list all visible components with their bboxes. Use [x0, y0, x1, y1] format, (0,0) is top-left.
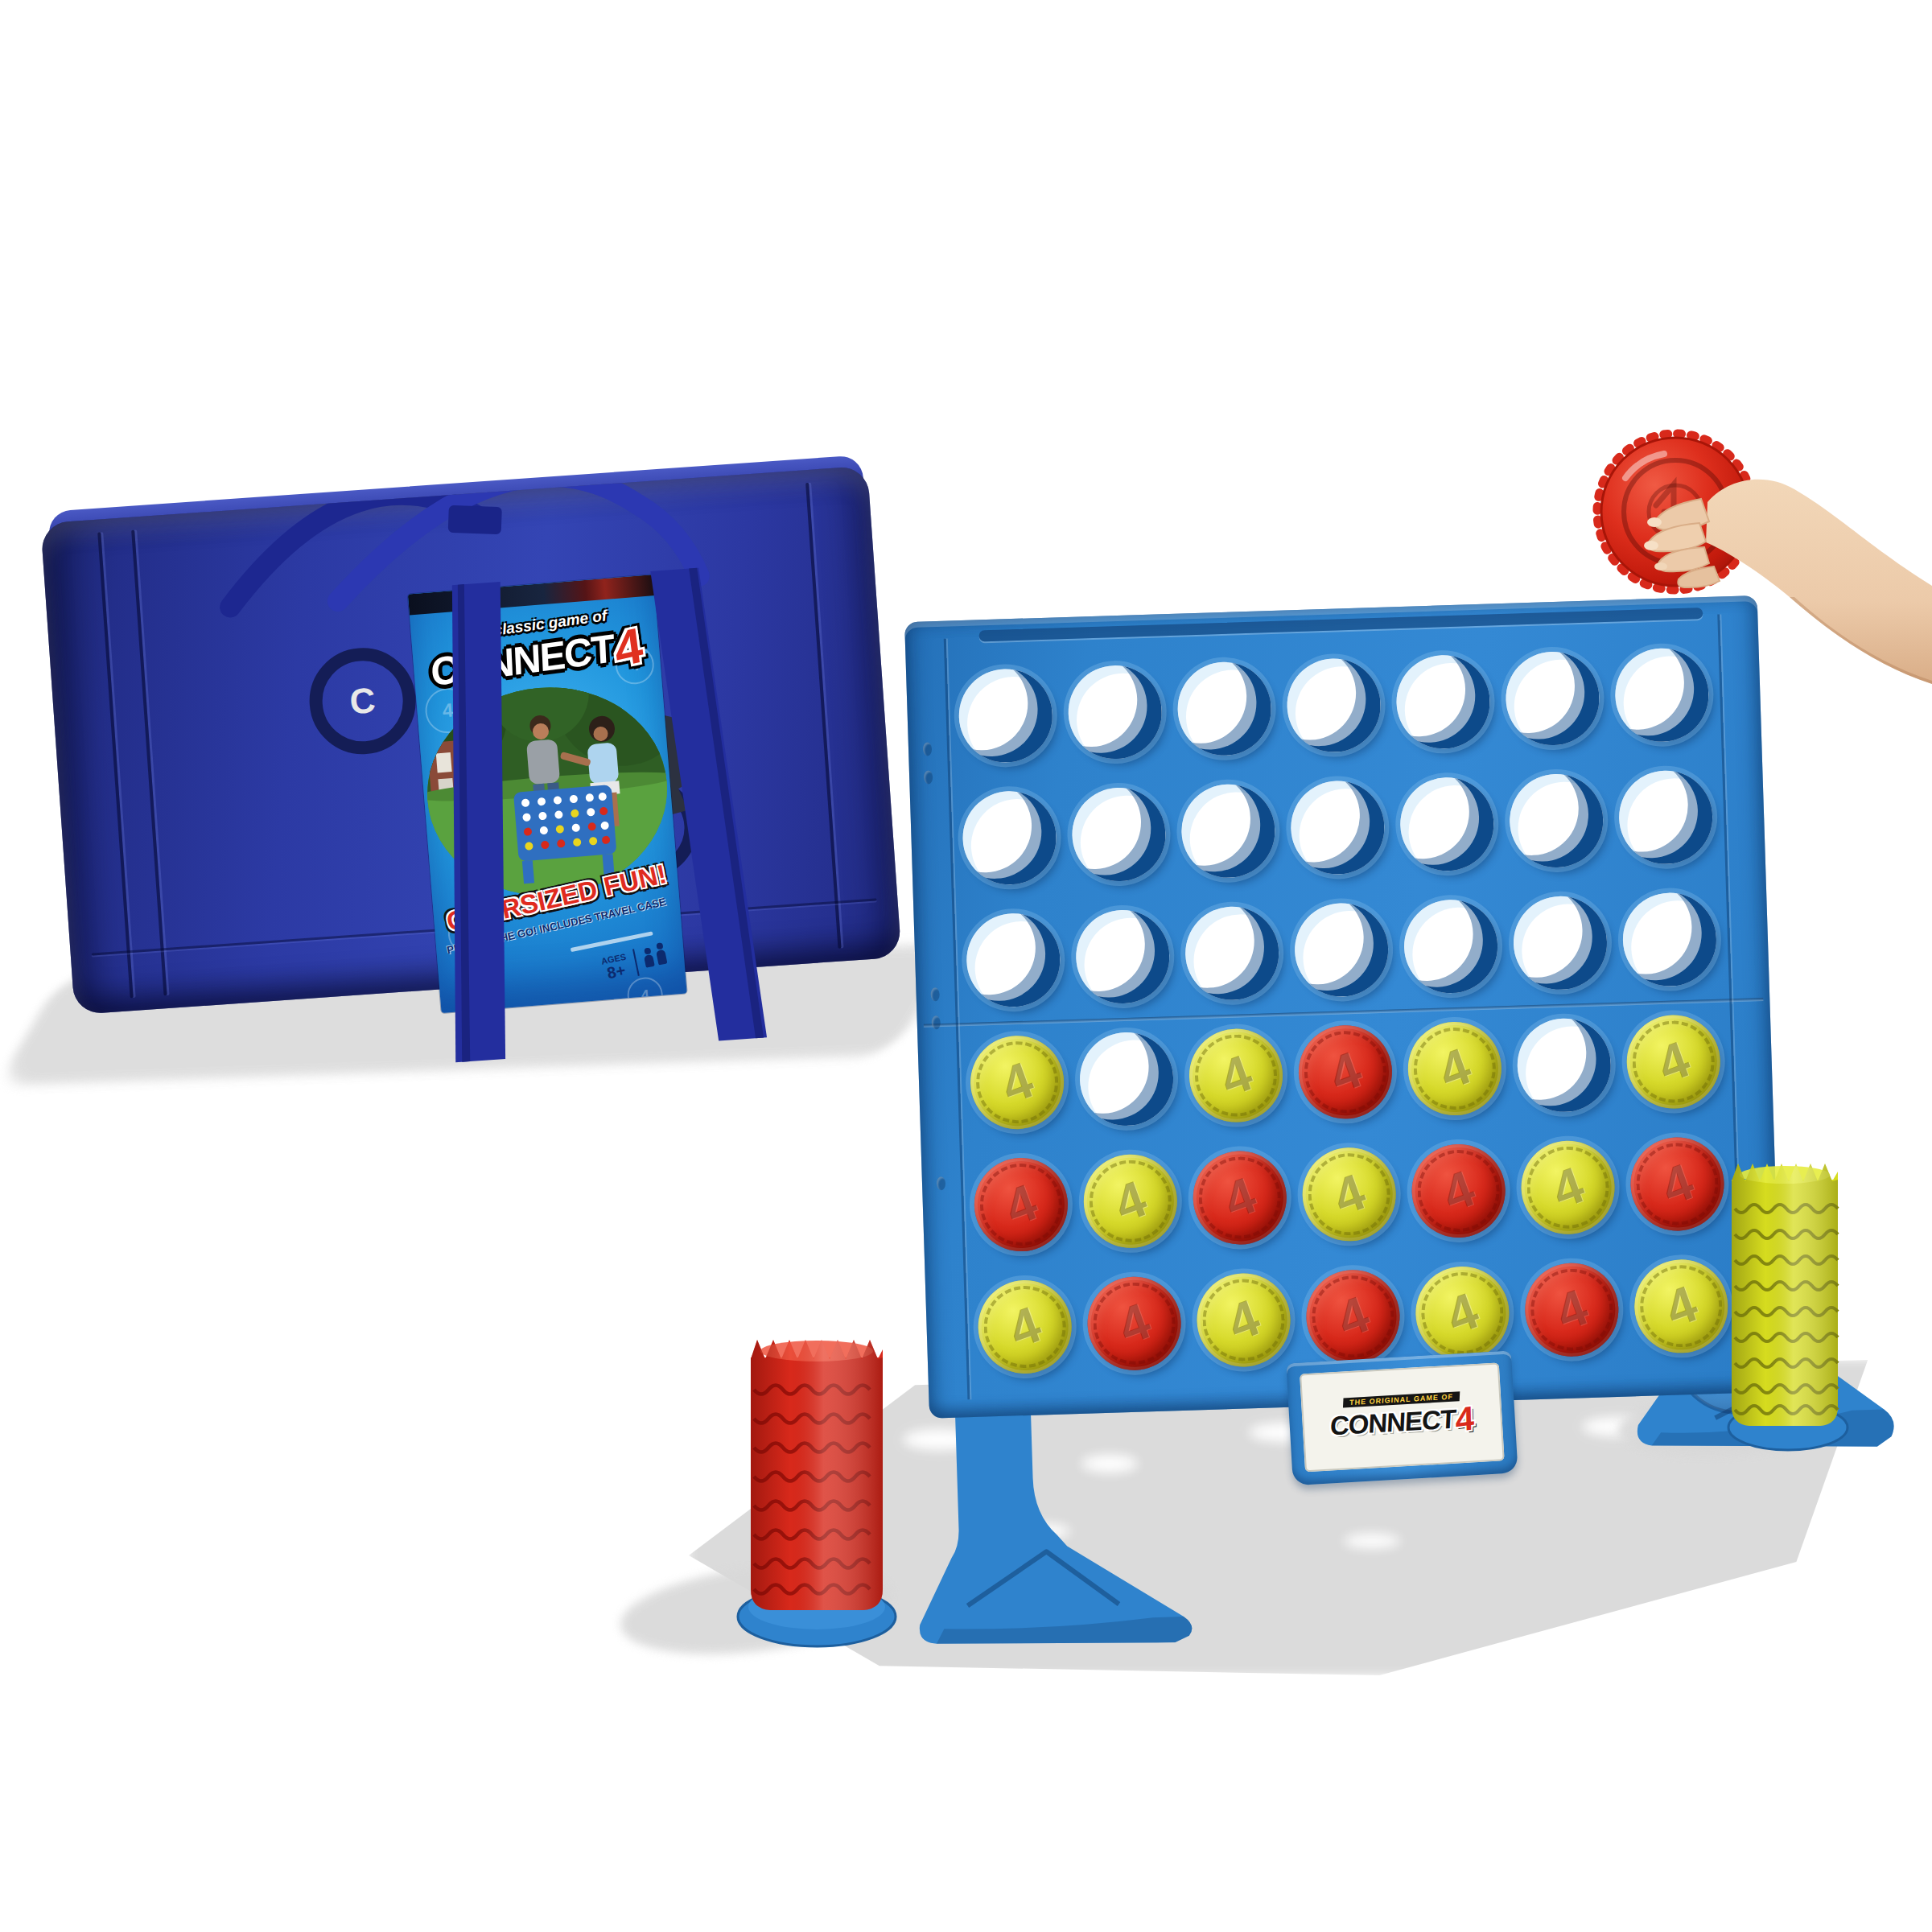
plate-face: THE ORIGINAL GAME OF CONNECT4 — [1300, 1362, 1505, 1472]
cell-r3c1 — [957, 897, 1070, 1023]
cell-r5c3: 4 — [1183, 1135, 1296, 1260]
carry-handles — [40, 464, 933, 1134]
cell-r3c3 — [1176, 891, 1289, 1016]
empty-hole — [1286, 657, 1382, 754]
disc-yellow: 4 — [977, 1279, 1073, 1375]
cell-r4c1: 4 — [961, 1020, 1074, 1145]
empty-hole — [1395, 653, 1492, 750]
disc-red: 4 — [1411, 1143, 1507, 1239]
disc-mark: 4 — [1289, 1135, 1408, 1254]
cell-r5c5: 4 — [1402, 1128, 1515, 1254]
cell-r1c2 — [1058, 649, 1172, 775]
cell-r3c7 — [1613, 877, 1727, 1003]
cell-r5c2: 4 — [1073, 1139, 1187, 1264]
disc-mark: 4 — [1512, 1250, 1631, 1369]
cell-r1c1 — [949, 653, 1062, 778]
cell-r2c7 — [1609, 755, 1723, 880]
cell-r2c1 — [953, 775, 1066, 900]
cell-r2c6 — [1500, 758, 1613, 884]
disc-yellow: 4 — [969, 1034, 1065, 1131]
product-photo-canvas: C 4 4 4 4 The classic game of CONNECT4 — [0, 0, 1932, 1932]
board-panel: 4444444444444444444 — [904, 595, 1782, 1419]
rail-bump — [931, 1015, 941, 1029]
disc-yellow: 4 — [1196, 1272, 1292, 1369]
disc-yellow: 4 — [1415, 1265, 1511, 1361]
empty-hole — [1293, 902, 1390, 999]
red-disc-stack — [736, 1324, 897, 1649]
board-logo-plate: THE ORIGINAL GAME OF CONNECT4 — [1286, 1350, 1518, 1485]
empty-hole — [1078, 1031, 1175, 1127]
empty-hole — [1180, 783, 1277, 879]
cell-r2c2 — [1062, 772, 1176, 897]
disc-mark: 4 — [1399, 1131, 1518, 1250]
empty-hole — [1290, 780, 1386, 876]
cell-r6c3: 4 — [1187, 1257, 1300, 1382]
disc-red: 4 — [973, 1156, 1069, 1253]
disc-mark: 4 — [1508, 1128, 1627, 1247]
disc-mark: 4 — [965, 1267, 1084, 1386]
disc-mark: 4 — [1184, 1260, 1303, 1379]
cell-r3c5 — [1394, 884, 1508, 1009]
cell-r4c2 — [1070, 1016, 1184, 1142]
cell-r4c7: 4 — [1617, 999, 1730, 1124]
cell-r6c2: 4 — [1077, 1261, 1191, 1386]
cell-r5c7: 4 — [1621, 1121, 1734, 1246]
empty-hole — [1508, 772, 1605, 869]
empty-hole — [1516, 1017, 1613, 1114]
disc-yellow: 4 — [1301, 1146, 1398, 1242]
disc-mark: 4 — [1176, 1015, 1296, 1135]
empty-hole — [1067, 664, 1164, 760]
cell-r3c6 — [1504, 880, 1617, 1006]
disc-red: 4 — [1524, 1262, 1621, 1358]
cell-r1c5 — [1386, 639, 1500, 764]
rail-bump — [923, 742, 933, 756]
disc-mark: 4 — [1074, 1264, 1193, 1383]
disc-red: 4 — [1192, 1150, 1288, 1246]
empty-hole — [966, 912, 1062, 1008]
empty-hole — [1399, 776, 1495, 872]
cell-r2c5 — [1390, 761, 1504, 887]
cell-r2c4 — [1281, 764, 1394, 890]
cell-r3c2 — [1066, 894, 1180, 1020]
disc-mark: 4 — [962, 1145, 1081, 1264]
disc-yellow: 4 — [1082, 1153, 1179, 1250]
cell-r5c6: 4 — [1511, 1125, 1625, 1250]
empty-hole — [1074, 908, 1171, 1005]
disc-mark: 4 — [1180, 1138, 1300, 1257]
connect-four-board: 4444444444444444444 THE ORIGINAL GAME OF… — [904, 566, 1932, 1675]
cell-r3c4 — [1285, 887, 1399, 1012]
plate-logo: CONNECT4 — [1329, 1402, 1475, 1444]
disc-mark: 4 — [1617, 1124, 1736, 1243]
empty-hole — [1071, 786, 1168, 883]
disc-red: 4 — [1086, 1275, 1183, 1372]
cell-r4c3: 4 — [1180, 1013, 1293, 1139]
disc-mark: 4 — [1286, 1012, 1405, 1131]
cell-r1c3 — [1168, 646, 1281, 772]
empty-hole — [962, 790, 1058, 887]
rail-bump — [924, 770, 933, 784]
empty-hole — [1184, 905, 1280, 1002]
rail-bump — [930, 987, 940, 1001]
cell-r6c6: 4 — [1515, 1247, 1629, 1373]
empty-hole — [1621, 892, 1718, 988]
child-arm — [1644, 480, 1932, 684]
disc-mark: 4 — [1395, 1009, 1514, 1128]
hand-with-disc — [1587, 428, 1932, 698]
cell-r6c1: 4 — [968, 1264, 1081, 1390]
disc-yellow: 4 — [1633, 1258, 1729, 1355]
disc-yellow: 4 — [1520, 1139, 1617, 1236]
disc-mark: 4 — [958, 1023, 1077, 1142]
empty-hole — [1176, 661, 1273, 757]
disc-red: 4 — [1629, 1136, 1726, 1233]
cell-r1c4 — [1277, 642, 1390, 768]
handle-clip — [448, 505, 502, 534]
cell-r4c6 — [1507, 1003, 1621, 1128]
travel-case: C 4 4 4 4 The classic game of CONNECT4 — [35, 378, 1010, 1077]
cell-r4c4: 4 — [1289, 1009, 1403, 1135]
board-grid: 4444444444444444444 — [949, 632, 1737, 1390]
cell-r4c5: 4 — [1398, 1006, 1511, 1131]
disc-red: 4 — [1305, 1268, 1402, 1365]
empty-hole — [958, 668, 1054, 764]
empty-hole — [1617, 769, 1714, 866]
disc-mark: 4 — [1071, 1142, 1190, 1261]
cell-r5c4: 4 — [1292, 1131, 1406, 1257]
yellow-disc-stack — [1720, 1151, 1849, 1453]
rail-bump — [937, 1176, 946, 1190]
case-body: C 4 4 4 4 The classic game of CONNECT4 — [40, 466, 901, 1015]
cell-r2c3 — [1172, 768, 1285, 894]
disc-yellow: 4 — [1407, 1020, 1503, 1117]
front-strap-left — [422, 582, 533, 1062]
disc-yellow: 4 — [1625, 1014, 1722, 1110]
disc-red: 4 — [1297, 1024, 1394, 1121]
cell-r5c1: 4 — [965, 1142, 1078, 1267]
empty-hole — [1512, 895, 1609, 991]
disc-mark: 4 — [1613, 1002, 1732, 1121]
disc-yellow: 4 — [1188, 1028, 1284, 1124]
empty-hole — [1403, 898, 1499, 995]
